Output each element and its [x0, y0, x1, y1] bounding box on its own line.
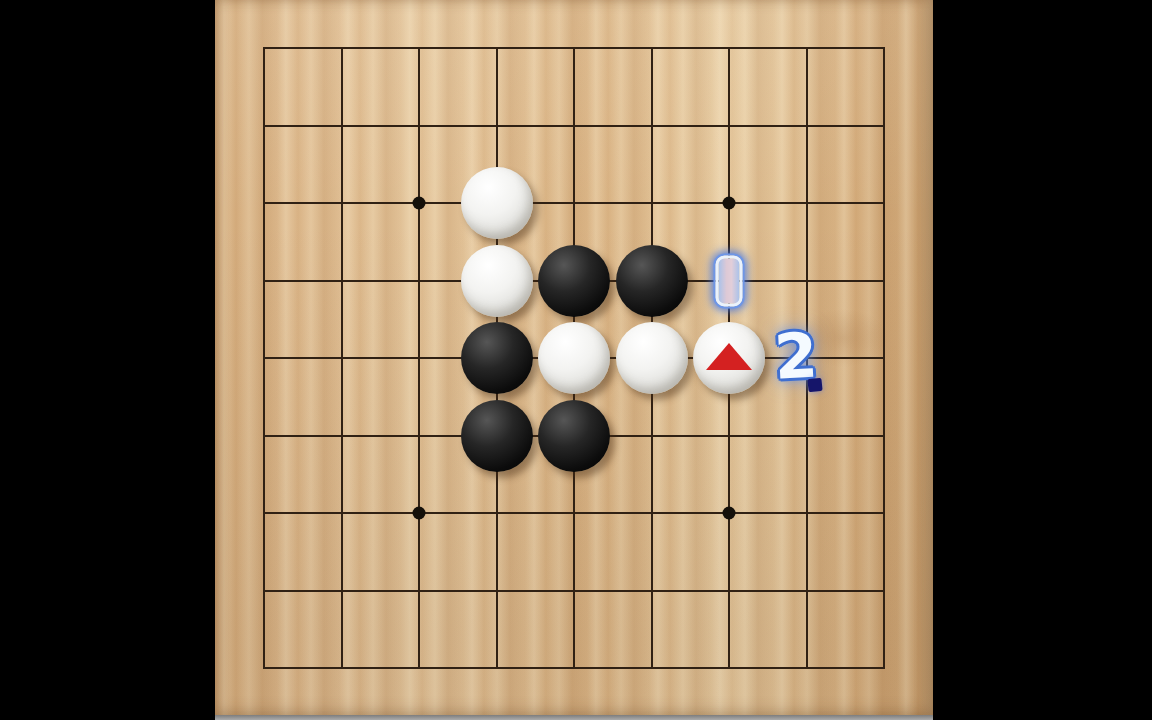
hoshi-point — [413, 507, 426, 520]
black-stone-f6 — [616, 245, 688, 317]
white-stone-d7 — [461, 167, 533, 239]
last-move-triangle-marker — [706, 343, 752, 370]
black-stone-e6 — [538, 245, 610, 317]
white-stone-g5 — [693, 322, 765, 394]
app-window: 2 — [0, 0, 1152, 720]
move-label-1 — [716, 255, 743, 306]
grid-line — [883, 47, 885, 669]
grid-line — [263, 667, 885, 669]
black-stone-e4 — [538, 400, 610, 472]
move-label-2-dot — [807, 378, 822, 392]
letterbox-right — [933, 0, 1152, 720]
hoshi-point — [723, 197, 736, 210]
grid-line — [263, 512, 885, 514]
grid-line — [263, 590, 885, 592]
white-stone-d6 — [461, 245, 533, 317]
board-bottom-edge — [215, 715, 933, 720]
white-stone-e5 — [538, 322, 610, 394]
hoshi-point — [413, 197, 426, 210]
black-stone-d5 — [461, 322, 533, 394]
hoshi-point — [723, 507, 736, 520]
letterbox-left — [0, 0, 215, 720]
white-stone-f5 — [616, 322, 688, 394]
go-board[interactable]: 2 — [215, 0, 933, 720]
black-stone-d4 — [461, 400, 533, 472]
